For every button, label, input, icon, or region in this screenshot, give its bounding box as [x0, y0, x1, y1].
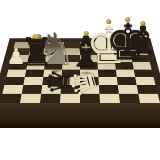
square[interactable]: [4, 77, 24, 85]
brass-finial-ornament: [140, 21, 145, 26]
square[interactable]: [0, 94, 22, 103]
square[interactable]: [138, 94, 160, 103]
square[interactable]: [118, 85, 139, 94]
square[interactable]: [2, 85, 23, 94]
square[interactable]: [99, 94, 120, 103]
board-front-apron: [0, 103, 160, 128]
chess-board-photo: ♟ ♜ ♞ ♛ ♛ ♝ ♚ ♚ ♝: [0, 0, 160, 160]
square[interactable]: [119, 94, 140, 103]
piece-black-bishop-h5[interactable]: ♝: [126, 21, 160, 59]
square[interactable]: [117, 77, 137, 85]
square[interactable]: [20, 94, 41, 103]
square[interactable]: [135, 77, 155, 85]
square[interactable]: [137, 85, 158, 94]
